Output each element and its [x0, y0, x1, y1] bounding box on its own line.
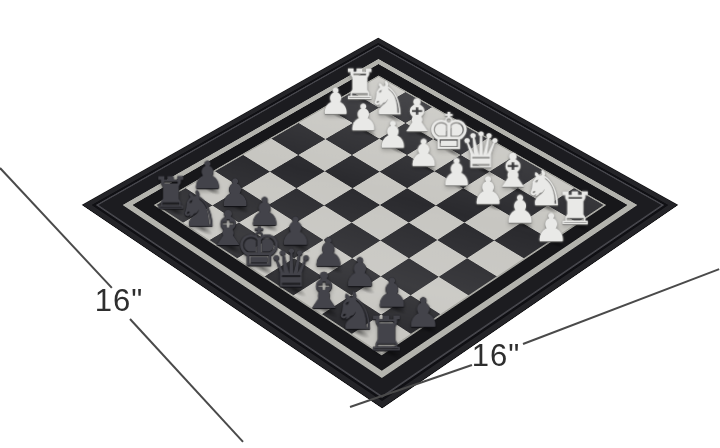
piece-chrome-P: ♟	[471, 173, 505, 209]
piece-chrome-P: ♟	[503, 191, 537, 227]
piece-gunmetal-P: ♟	[405, 293, 441, 332]
piece-gunmetal-R: ♜	[365, 312, 408, 357]
chess-board: ♜♞♝♚♛♝♞♜♟♟♟♟♟♟♟♟♟♟♟♟♟♟♟♟♜♞♝♚♛♝♞♜	[83, 38, 677, 407]
bottom-dimension-label: 16"	[467, 338, 525, 374]
board-scene: ♜♞♝♚♛♝♞♜♟♟♟♟♟♟♟♟♟♟♟♟♟♟♟♟♜♞♝♚♛♝♞♜	[0, 0, 720, 448]
product-photo-stage: ♜♞♝♚♛♝♞♜♟♟♟♟♟♟♟♟♟♟♟♟♟♟♟♟♜♞♝♚♛♝♞♜ 16" 16"	[0, 0, 720, 448]
left-dimension-label: 16"	[90, 283, 148, 319]
piece-chrome-P: ♟	[534, 209, 569, 246]
